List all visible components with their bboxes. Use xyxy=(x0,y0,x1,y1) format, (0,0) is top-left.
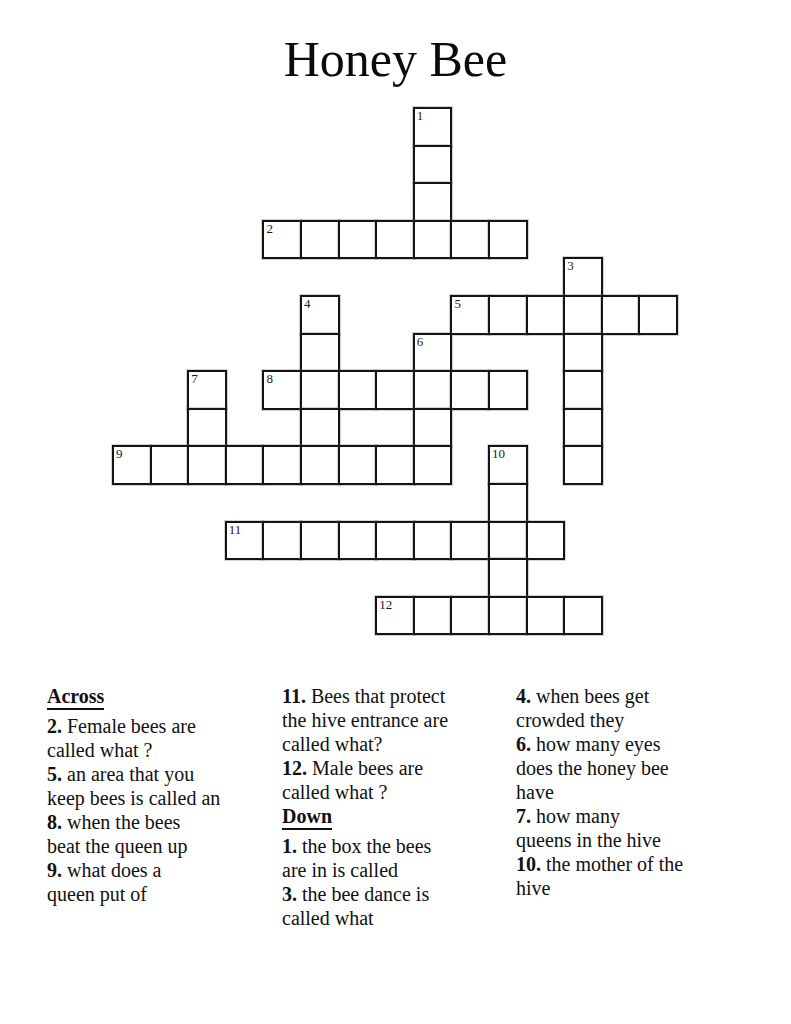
grid-cell-r7c9[interactable] xyxy=(450,370,490,410)
grid-cell-r5c9[interactable]: 5 xyxy=(450,295,490,335)
grid-cell-r3c4[interactable]: 2 xyxy=(262,220,302,260)
clue-4-number: 4. xyxy=(516,685,531,707)
grid-cell-r5c13[interactable] xyxy=(601,295,641,335)
down-header: Down xyxy=(282,804,448,828)
clue-4-line-2: crowded they xyxy=(516,708,683,732)
clue-3-line-2: called what xyxy=(282,906,448,930)
clue-1-line-2: are in is called xyxy=(282,858,448,882)
clue-8-line-1: 8. when the bees xyxy=(47,810,220,834)
clue-7-line-1: 7. how many xyxy=(516,804,683,828)
clue-5-number: 5. xyxy=(47,763,62,785)
grid-cell-r4c12[interactable]: 3 xyxy=(563,257,603,297)
crossword-worksheet: { "game": "crossword", "title": "Honey B… xyxy=(0,0,791,1024)
across-header: Across xyxy=(47,684,220,708)
grid-cell-r11c10[interactable] xyxy=(488,521,528,561)
clue-5-line-2: keep bees is called an xyxy=(47,786,220,810)
grid-number-12: 12 xyxy=(379,598,392,612)
clue-4: 4. when bees getcrowded they xyxy=(516,684,683,732)
grid-number-10: 10 xyxy=(492,447,505,461)
grid-cell-r0c8[interactable]: 1 xyxy=(413,107,453,147)
clue-8-number: 8. xyxy=(47,811,62,833)
clue-6-line-1: 6. how many eyes xyxy=(516,732,683,756)
grid-number-11: 11 xyxy=(229,523,242,537)
grid-cell-r10c10[interactable] xyxy=(488,483,528,523)
grid-cell-r11c5[interactable] xyxy=(300,521,340,561)
clue-1: 1. the box the beesare in is called xyxy=(282,834,448,882)
grid-cell-r2c8[interactable] xyxy=(413,182,453,222)
clue-11: 11. Bees that protectthe hive entrance a… xyxy=(282,684,448,756)
grid-cell-r13c12[interactable] xyxy=(563,596,603,636)
clue-3-number: 3. xyxy=(282,883,297,905)
grid-cell-r9c4[interactable] xyxy=(262,445,302,485)
across-header-text: Across xyxy=(47,685,104,710)
grid-cell-r8c12[interactable] xyxy=(563,408,603,448)
clue-12: 12. Male bees arecalled what ? xyxy=(282,756,448,804)
grid-cell-r8c2[interactable] xyxy=(187,408,227,448)
grid-cell-r9c2[interactable] xyxy=(187,445,227,485)
grid-cell-r6c8[interactable]: 6 xyxy=(413,333,453,373)
grid-cell-r9c5[interactable] xyxy=(300,445,340,485)
grid-cell-r8c8[interactable] xyxy=(413,408,453,448)
grid-cell-r3c7[interactable] xyxy=(375,220,415,260)
grid-cell-r9c7[interactable] xyxy=(375,445,415,485)
clue-4-line-1: 4. when bees get xyxy=(516,684,683,708)
clue-12-line-1: 12. Male bees are xyxy=(282,756,448,780)
grid-cell-r7c8[interactable] xyxy=(413,370,453,410)
clue-6-line-2: does the honey bee xyxy=(516,756,683,780)
clue-2-number: 2. xyxy=(47,715,62,737)
grid-cell-r7c7[interactable] xyxy=(375,370,415,410)
grid-cell-r11c11[interactable] xyxy=(526,521,566,561)
grid-cell-r13c11[interactable] xyxy=(526,596,566,636)
grid-cell-r7c2[interactable]: 7 xyxy=(187,370,227,410)
grid-number-4: 4 xyxy=(304,297,311,311)
grid-number-1: 1 xyxy=(417,109,424,123)
clue-1-line-1: 1. the box the bees xyxy=(282,834,448,858)
clue-11-line-3: called what? xyxy=(282,732,448,756)
grid-cell-r9c6[interactable] xyxy=(338,445,378,485)
grid-number-5: 5 xyxy=(454,297,461,311)
grid-cell-r7c5[interactable] xyxy=(300,370,340,410)
grid-cell-r9c8[interactable] xyxy=(413,445,453,485)
clue-2-line-2: called what ? xyxy=(47,738,220,762)
grid-number-3: 3 xyxy=(567,259,574,273)
grid-cell-r9c10[interactable]: 10 xyxy=(488,445,528,485)
clue-column-2: 11. Bees that protectthe hive entrance a… xyxy=(282,684,448,930)
grid-number-9: 9 xyxy=(116,447,123,461)
grid-cell-r6c12[interactable] xyxy=(563,333,603,373)
clue-2-line-1: 2. Female bees are xyxy=(47,714,220,738)
grid-number-7: 7 xyxy=(191,372,198,386)
clue-7-number: 7. xyxy=(516,805,531,827)
clue-10: 10. the mother of thehive xyxy=(516,852,683,900)
clue-11-line-2: the hive entrance are xyxy=(282,708,448,732)
grid-cell-r5c5[interactable]: 4 xyxy=(300,295,340,335)
grid-number-2: 2 xyxy=(266,222,273,236)
grid-cell-r3c5[interactable] xyxy=(300,220,340,260)
grid-cell-r3c8[interactable] xyxy=(413,220,453,260)
grid-cell-r7c4[interactable]: 8 xyxy=(262,370,302,410)
grid-cell-r1c8[interactable] xyxy=(413,145,453,185)
grid-cell-r9c0[interactable]: 9 xyxy=(112,445,152,485)
grid-cell-r3c6[interactable] xyxy=(338,220,378,260)
grid-cell-r11c4[interactable] xyxy=(262,521,302,561)
clue-7: 7. how manyqueens in the hive xyxy=(516,804,683,852)
clue-9-line-1: 9. what does a xyxy=(47,858,220,882)
grid-cell-r3c9[interactable] xyxy=(450,220,490,260)
crossword-grid: 123456789101112 xyxy=(112,107,678,636)
clue-3: 3. the bee dance iscalled what xyxy=(282,882,448,930)
clue-1-number: 1. xyxy=(282,835,297,857)
grid-cell-r13c9[interactable] xyxy=(450,596,490,636)
grid-cell-r5c10[interactable] xyxy=(488,295,528,335)
clue-9-line-2: queen put of xyxy=(47,882,220,906)
clue-8-line-2: beat the queen up xyxy=(47,834,220,858)
clue-10-line-2: hive xyxy=(516,876,683,900)
grid-cell-r11c3[interactable]: 11 xyxy=(225,521,265,561)
grid-cell-r3c10[interactable] xyxy=(488,220,528,260)
clue-6-line-3: have xyxy=(516,780,683,804)
grid-number-8: 8 xyxy=(266,372,273,386)
grid-cell-r13c10[interactable] xyxy=(488,596,528,636)
grid-cell-r11c8[interactable] xyxy=(413,521,453,561)
clue-12-number: 12. xyxy=(282,757,307,779)
clue-10-number: 10. xyxy=(516,853,541,875)
clue-11-number: 11. xyxy=(282,685,306,707)
clue-11-line-1: 11. Bees that protect xyxy=(282,684,448,708)
grid-cell-r9c12[interactable] xyxy=(563,445,603,485)
clue-2: 2. Female bees arecalled what ? xyxy=(47,714,220,762)
grid-cell-r7c10[interactable] xyxy=(488,370,528,410)
grid-cell-r11c7[interactable] xyxy=(375,521,415,561)
clue-8: 8. when the beesbeat the queen up xyxy=(47,810,220,858)
clue-column-3: 4. when bees getcrowded they6. how many … xyxy=(516,684,683,900)
grid-cell-r5c11[interactable] xyxy=(526,295,566,335)
grid-cell-r13c7[interactable]: 12 xyxy=(375,596,415,636)
clue-column-1: Across2. Female bees arecalled what ?5. … xyxy=(47,684,220,906)
grid-cell-r5c14[interactable] xyxy=(638,295,678,335)
clue-9: 9. what does aqueen put of xyxy=(47,858,220,906)
grid-cell-r13c8[interactable] xyxy=(413,596,453,636)
grid-cell-r11c6[interactable] xyxy=(338,521,378,561)
puzzle-title: Honey Bee xyxy=(0,34,791,84)
grid-cell-r6c5[interactable] xyxy=(300,333,340,373)
clue-5: 5. an area that youkeep bees is called a… xyxy=(47,762,220,810)
grid-cell-r7c6[interactable] xyxy=(338,370,378,410)
grid-cell-r7c12[interactable] xyxy=(563,370,603,410)
grid-cell-r12c10[interactable] xyxy=(488,558,528,598)
grid-cell-r9c1[interactable] xyxy=(150,445,190,485)
clue-6: 6. how many eyesdoes the honey beehave xyxy=(516,732,683,804)
clue-7-line-2: queens in the hive xyxy=(516,828,683,852)
clue-6-number: 6. xyxy=(516,733,531,755)
clue-10-line-1: 10. the mother of the xyxy=(516,852,683,876)
clue-9-number: 9. xyxy=(47,859,62,881)
grid-cell-r9c3[interactable] xyxy=(225,445,265,485)
grid-cell-r5c12[interactable] xyxy=(563,295,603,335)
clue-12-line-2: called what ? xyxy=(282,780,448,804)
clue-3-line-1: 3. the bee dance is xyxy=(282,882,448,906)
grid-number-6: 6 xyxy=(417,335,424,349)
grid-cell-r8c5[interactable] xyxy=(300,408,340,448)
down-header-text: Down xyxy=(282,805,332,830)
clue-5-line-1: 5. an area that you xyxy=(47,762,220,786)
grid-cell-r11c9[interactable] xyxy=(450,521,490,561)
